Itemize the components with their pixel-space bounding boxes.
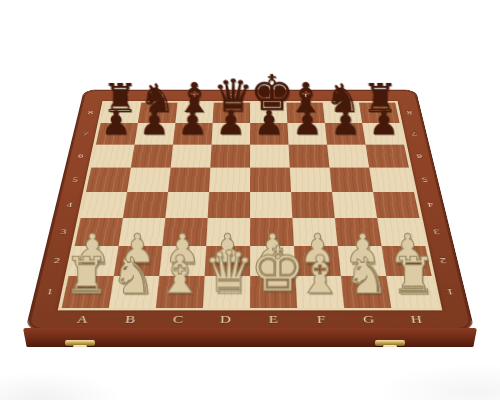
square-a5[interactable] bbox=[86, 168, 131, 192]
square-g7[interactable] bbox=[325, 123, 366, 145]
light-knight-g1[interactable]: ♞ bbox=[343, 246, 390, 301]
light-knight-b1[interactable]: ♞ bbox=[110, 246, 157, 301]
square-h6[interactable] bbox=[366, 145, 409, 168]
square-d8[interactable] bbox=[213, 103, 250, 123]
square-b8[interactable] bbox=[138, 103, 178, 123]
light-bishop-f1[interactable]: ♝ bbox=[297, 244, 344, 301]
box-front-edge bbox=[23, 328, 477, 347]
light-rook-a1[interactable]: ♜ bbox=[63, 246, 110, 301]
square-a8[interactable] bbox=[100, 103, 141, 123]
square-a6[interactable] bbox=[91, 145, 134, 168]
square-d6[interactable] bbox=[210, 145, 250, 168]
light-king-e1[interactable]: ♚ bbox=[250, 235, 297, 301]
light-queen-d1[interactable]: ♛ bbox=[203, 239, 250, 301]
square-g6[interactable] bbox=[327, 145, 369, 168]
square-e7[interactable] bbox=[250, 123, 289, 145]
square-d5[interactable] bbox=[209, 168, 250, 192]
square-h5[interactable] bbox=[369, 168, 414, 192]
chess-board-scene: AABBCCDDEEFFGGHH1122334455667788 ♜♞♝♛♚♝♞… bbox=[60, 2, 440, 382]
folding-chess-board: AABBCCDDEEFFGGHH1122334455667788 ♜♞♝♛♚♝♞… bbox=[27, 90, 474, 329]
light-rook-h1[interactable]: ♜ bbox=[390, 246, 437, 301]
light-bishop-c1[interactable]: ♝ bbox=[157, 244, 204, 301]
square-c8[interactable] bbox=[175, 103, 213, 123]
square-a7[interactable] bbox=[96, 123, 138, 145]
square-e8[interactable] bbox=[250, 103, 287, 123]
square-g5[interactable] bbox=[329, 168, 373, 192]
square-f6[interactable] bbox=[289, 145, 330, 168]
square-d7[interactable] bbox=[211, 123, 250, 145]
square-g8[interactable] bbox=[323, 103, 363, 123]
square-h8[interactable] bbox=[359, 103, 400, 123]
square-b5[interactable] bbox=[127, 168, 171, 192]
square-f5[interactable] bbox=[290, 168, 332, 192]
square-f7[interactable] bbox=[287, 123, 327, 145]
square-b6[interactable] bbox=[131, 145, 173, 168]
square-f8[interactable] bbox=[286, 103, 324, 123]
square-h7[interactable] bbox=[362, 123, 404, 145]
square-b7[interactable] bbox=[134, 123, 175, 145]
square-e6[interactable] bbox=[250, 145, 290, 168]
square-c5[interactable] bbox=[168, 168, 210, 192]
square-c7[interactable] bbox=[173, 123, 213, 145]
square-c6[interactable] bbox=[171, 145, 212, 168]
square-e5[interactable] bbox=[250, 168, 291, 192]
